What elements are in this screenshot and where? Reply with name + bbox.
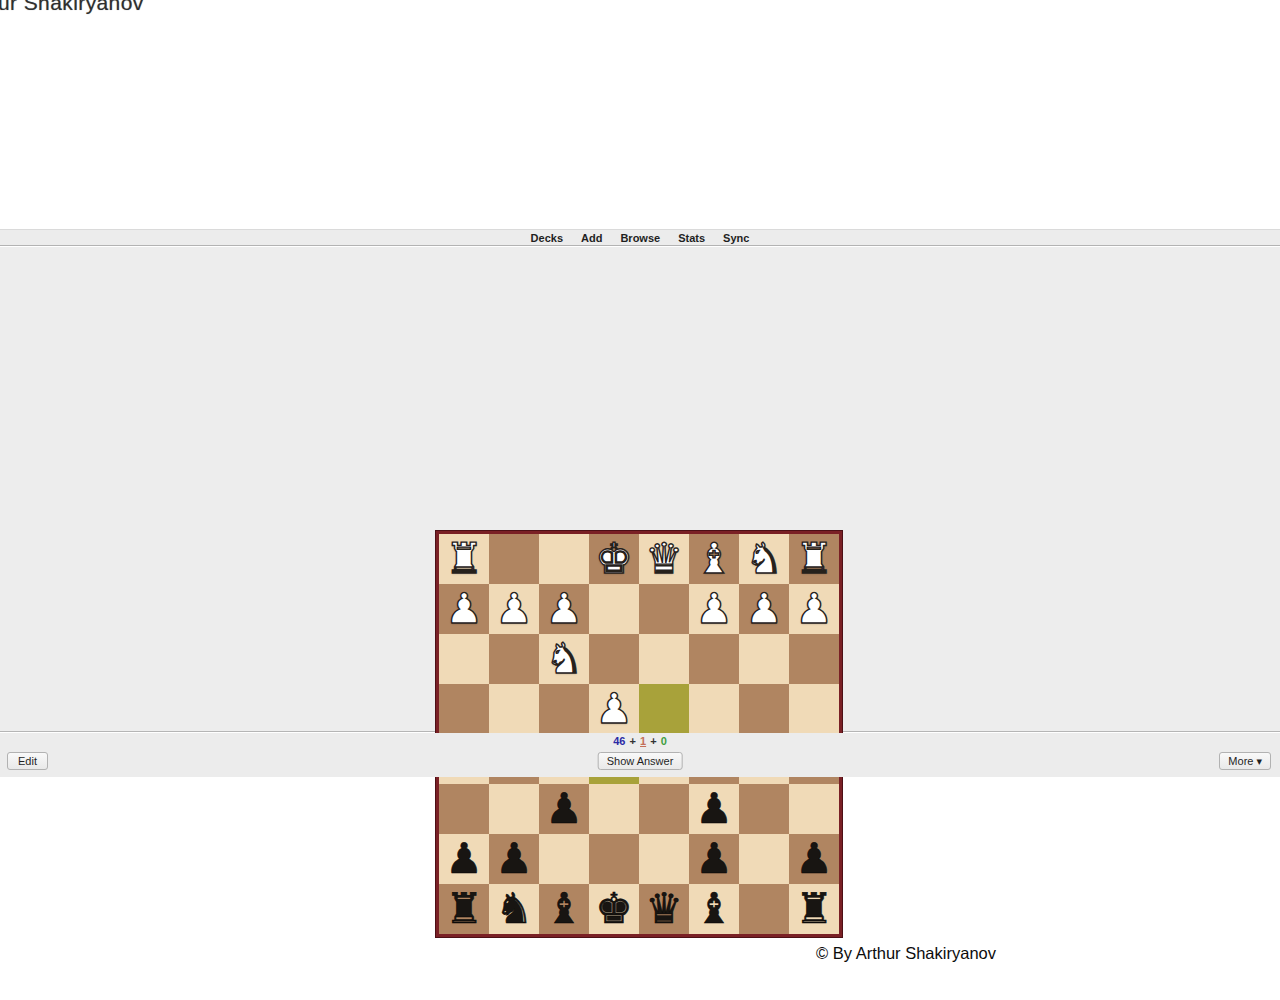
square-b2: ♟ <box>739 584 789 634</box>
menu-decks[interactable]: Decks <box>522 232 572 244</box>
square-d7 <box>639 834 689 884</box>
learning-count: 1 <box>640 735 646 747</box>
square-d2 <box>639 584 689 634</box>
square-e8: ♚ <box>589 884 639 934</box>
square-a8: ♜ <box>789 884 839 934</box>
square-d8: ♛ <box>639 884 689 934</box>
square-h3 <box>439 634 489 684</box>
square-d3 <box>639 634 689 684</box>
white-pawn-piece: ♟ <box>745 584 783 634</box>
square-f8: ♝ <box>539 884 589 934</box>
square-g2: ♟ <box>489 584 539 634</box>
menu-browse[interactable]: Browse <box>611 232 669 244</box>
square-d6 <box>639 784 689 834</box>
square-c3 <box>689 634 739 684</box>
square-b8 <box>739 884 789 934</box>
square-b6 <box>739 784 789 834</box>
black-pawn-piece: ♟ <box>545 784 583 834</box>
black-rook-piece: ♜ <box>795 884 833 934</box>
square-a6 <box>789 784 839 834</box>
square-h2: ♟ <box>439 584 489 634</box>
white-rook-piece: ♜ <box>445 534 483 584</box>
square-f7 <box>539 834 589 884</box>
square-d1: ♛ <box>639 534 689 584</box>
square-h4 <box>439 684 489 734</box>
square-c1: ♝ <box>689 534 739 584</box>
count-separator: + <box>629 735 637 747</box>
white-rook-piece: ♜ <box>795 534 833 584</box>
square-h7: ♟ <box>439 834 489 884</box>
square-a7: ♟ <box>789 834 839 884</box>
black-rook-piece: ♜ <box>445 884 483 934</box>
white-pawn-piece: ♟ <box>595 684 633 734</box>
more-button[interactable]: More ▾ <box>1219 752 1271 770</box>
square-a4 <box>789 684 839 734</box>
square-g7: ♟ <box>489 834 539 884</box>
black-queen-piece: ♛ <box>645 884 683 934</box>
white-bishop-piece: ♝ <box>695 534 733 584</box>
white-pawn-piece: ♟ <box>445 584 483 634</box>
square-f6: ♟ <box>539 784 589 834</box>
square-b7 <box>739 834 789 884</box>
square-g4 <box>489 684 539 734</box>
review-count: 0 <box>661 735 667 747</box>
white-queen-piece: ♛ <box>645 534 683 584</box>
white-king-piece: ♚ <box>595 534 633 584</box>
black-pawn-piece: ♟ <box>695 784 733 834</box>
square-e6 <box>589 784 639 834</box>
black-pawn-piece: ♟ <box>795 834 833 884</box>
square-h8: ♜ <box>439 884 489 934</box>
menu-bar: Decks Add Browse Stats Sync <box>0 229 1280 246</box>
card-review-area: ♜♚♛♝♞♜♟♟♟♟♟♟♞♟♟♟♟♟♟♟♟♟♜♞♝♚♛♝♜ © By Arthu… <box>0 247 1280 732</box>
white-pawn-piece: ♟ <box>545 584 583 634</box>
due-counts: 46 + 1 + 0 <box>0 735 1280 747</box>
square-g8: ♞ <box>489 884 539 934</box>
square-e1: ♚ <box>589 534 639 584</box>
menu-stats[interactable]: Stats <box>669 232 714 244</box>
square-e2 <box>589 584 639 634</box>
square-a2: ♟ <box>789 584 839 634</box>
square-b1: ♞ <box>739 534 789 584</box>
square-c7: ♟ <box>689 834 739 884</box>
show-answer-button[interactable]: Show Answer <box>598 752 683 770</box>
square-f1 <box>539 534 589 584</box>
black-pawn-piece: ♟ <box>495 834 533 884</box>
black-king-piece: ♚ <box>595 884 633 934</box>
square-e7 <box>589 834 639 884</box>
square-f4 <box>539 684 589 734</box>
bottom-toolbar: 46 + 1 + 0 Edit Show Answer More ▾ <box>0 733 1280 777</box>
square-g1 <box>489 534 539 584</box>
black-pawn-piece: ♟ <box>695 834 733 884</box>
edit-button[interactable]: Edit <box>7 752 48 770</box>
square-e3 <box>589 634 639 684</box>
new-count: 46 <box>613 735 625 747</box>
square-g3 <box>489 634 539 684</box>
square-h1: ♜ <box>439 534 489 584</box>
square-f3: ♞ <box>539 634 589 684</box>
white-knight-piece: ♞ <box>545 634 583 684</box>
square-d4 <box>639 684 689 734</box>
square-a3 <box>789 634 839 684</box>
square-c8: ♝ <box>689 884 739 934</box>
menu-add[interactable]: Add <box>572 232 611 244</box>
white-knight-piece: ♞ <box>745 534 783 584</box>
white-pawn-piece: ♟ <box>795 584 833 634</box>
black-pawn-piece: ♟ <box>445 834 483 884</box>
square-c2: ♟ <box>689 584 739 634</box>
square-a1: ♜ <box>789 534 839 584</box>
white-pawn-piece: ♟ <box>695 584 733 634</box>
clipped-window-title: ur Shakiryanov <box>0 0 144 15</box>
square-b3 <box>739 634 789 684</box>
card-attribution: © By Arthur Shakiryanov <box>816 944 996 963</box>
square-e4: ♟ <box>589 684 639 734</box>
menu-sync[interactable]: Sync <box>714 232 758 244</box>
square-f2: ♟ <box>539 584 589 634</box>
black-bishop-piece: ♝ <box>695 884 733 934</box>
black-knight-piece: ♞ <box>495 884 533 934</box>
square-g6 <box>489 784 539 834</box>
count-separator: + <box>649 735 657 747</box>
white-pawn-piece: ♟ <box>495 584 533 634</box>
square-h6 <box>439 784 489 834</box>
square-c4 <box>689 684 739 734</box>
black-bishop-piece: ♝ <box>545 884 583 934</box>
square-c6: ♟ <box>689 784 739 834</box>
square-b4 <box>739 684 789 734</box>
